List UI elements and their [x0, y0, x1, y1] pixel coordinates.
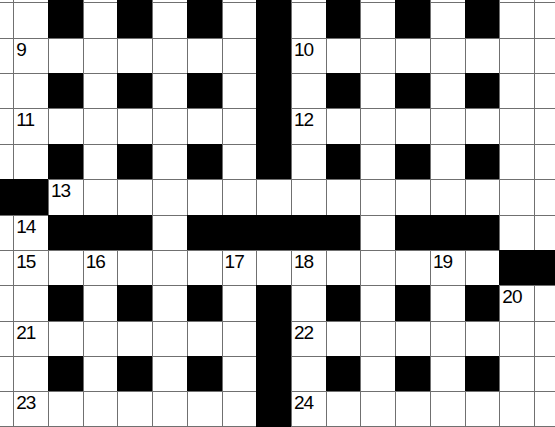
cell-r10c2[interactable] [48, 321, 83, 356]
cell-r12c7[interactable] [222, 391, 257, 426]
cell-r8c0[interactable] [0, 250, 13, 285]
cell-r11c5[interactable] [152, 356, 187, 391]
block-cell-r11c6 [187, 356, 222, 391]
cell-r12c11[interactable] [360, 391, 395, 426]
block-cell-r5c14 [465, 144, 500, 179]
block-cell-r3c2 [48, 73, 83, 108]
cell-r10c10[interactable] [326, 321, 361, 356]
cell-r8c1[interactable]: 15 [13, 250, 48, 285]
cell-r2c14[interactable] [465, 38, 500, 73]
clue-number-19: 19 [433, 252, 452, 271]
clue-number-10: 10 [294, 40, 313, 59]
crossword-page: 9101112131415161718192021222324 [0, 0, 555, 427]
cell-r11c13[interactable] [430, 356, 465, 391]
clue-number-16: 16 [86, 252, 105, 271]
cell-r9c3[interactable] [83, 285, 118, 320]
cell-r6c12[interactable] [395, 179, 430, 214]
clue-number-12: 12 [294, 110, 313, 129]
cell-r10c7[interactable] [222, 321, 257, 356]
block-cell-r3c10 [326, 73, 361, 108]
cell-r7c11[interactable] [360, 215, 395, 250]
cell-r2c13[interactable] [430, 38, 465, 73]
cell-r10c6[interactable] [187, 321, 222, 356]
cell-r12c9[interactable]: 24 [291, 391, 326, 426]
cell-r4c13[interactable] [430, 108, 465, 143]
cell-r2c12[interactable] [395, 38, 430, 73]
block-cell-r7c14 [465, 215, 500, 250]
cell-r2c16[interactable] [534, 38, 555, 73]
cell-r2c3[interactable] [83, 38, 118, 73]
cell-r11c7[interactable] [222, 356, 257, 391]
block-cell-r1c6 [187, 2, 222, 37]
cell-r5c16[interactable] [534, 144, 555, 179]
cell-r2c7[interactable] [222, 38, 257, 73]
cell-r8c4[interactable] [117, 250, 152, 285]
cell-r4c16[interactable] [534, 108, 555, 143]
cell-r2c4[interactable] [117, 38, 152, 73]
block-cell-r1c12 [395, 2, 430, 37]
cell-r10c4[interactable] [117, 321, 152, 356]
cell-r6c7[interactable] [222, 179, 257, 214]
cell-r6c10[interactable] [326, 179, 361, 214]
block-cell-r11c10 [326, 356, 361, 391]
cell-r4c12[interactable] [395, 108, 430, 143]
block-cell-r7c13 [430, 215, 465, 250]
cell-r8c5[interactable] [152, 250, 187, 285]
block-cell-r3c8 [256, 73, 291, 108]
block-cell-r5c4 [117, 144, 152, 179]
cell-r10c5[interactable] [152, 321, 187, 356]
block-cell-r3c14 [465, 73, 500, 108]
cell-r10c0[interactable] [0, 321, 13, 356]
block-cell-r9c8 [256, 285, 291, 320]
block-cell-r1c14 [465, 2, 500, 37]
cell-r2c6[interactable] [187, 38, 222, 73]
block-cell-r7c4 [117, 215, 152, 250]
block-cell-r10c8 [256, 321, 291, 356]
cell-r4c4[interactable] [117, 108, 152, 143]
cell-r9c11[interactable] [360, 285, 395, 320]
cell-r6c4[interactable] [117, 179, 152, 214]
cell-r6c15[interactable] [499, 179, 534, 214]
cell-r3c1[interactable] [13, 73, 48, 108]
cell-r3c11[interactable] [360, 73, 395, 108]
block-cell-r9c14 [465, 285, 500, 320]
cell-r8c6[interactable] [187, 250, 222, 285]
block-cell-r4c8 [256, 108, 291, 143]
cell-r11c11[interactable] [360, 356, 395, 391]
block-cell-r7c10 [326, 215, 361, 250]
cell-r1c1[interactable] [13, 2, 48, 37]
cell-r6c6[interactable] [187, 179, 222, 214]
cell-r4c2[interactable] [48, 108, 83, 143]
cell-r1c7[interactable] [222, 2, 257, 37]
cell-r1c5[interactable] [152, 2, 187, 37]
cell-r1c3[interactable] [83, 2, 118, 37]
cell-r7c5[interactable] [152, 215, 187, 250]
cell-r1c0[interactable] [0, 2, 13, 37]
cell-r5c1[interactable] [13, 144, 48, 179]
block-cell-r11c2 [48, 356, 83, 391]
cell-r10c3[interactable] [83, 321, 118, 356]
cell-r10c14[interactable] [465, 321, 500, 356]
clue-number-20: 20 [502, 287, 521, 306]
block-cell-r5c10 [326, 144, 361, 179]
cell-r4c11[interactable] [360, 108, 395, 143]
cell-r6c11[interactable] [360, 179, 395, 214]
cell-r4c7[interactable] [222, 108, 257, 143]
cell-r10c1[interactable]: 21 [13, 321, 48, 356]
block-cell-r1c2 [48, 2, 83, 37]
block-cell-r7c3 [83, 215, 118, 250]
cell-r12c14[interactable] [465, 391, 500, 426]
cell-r5c7[interactable] [222, 144, 257, 179]
cell-r5c5[interactable] [152, 144, 187, 179]
cell-r10c9[interactable]: 22 [291, 321, 326, 356]
cell-r9c15[interactable]: 20 [499, 285, 534, 320]
block-cell-r5c8 [256, 144, 291, 179]
block-cell-r1c8 [256, 2, 291, 37]
clue-number-18: 18 [294, 252, 313, 271]
block-cell-r11c12 [395, 356, 430, 391]
cell-r5c3[interactable] [83, 144, 118, 179]
cell-r12c12[interactable] [395, 391, 430, 426]
cell-r4c14[interactable] [465, 108, 500, 143]
block-cell-r7c9 [291, 215, 326, 250]
clue-number-9: 9 [16, 40, 26, 59]
block-cell-r11c8 [256, 356, 291, 391]
block-cell-r6c0 [0, 179, 13, 214]
cell-r1c9[interactable] [291, 2, 326, 37]
cell-r11c3[interactable] [83, 356, 118, 391]
block-cell-r3c12 [395, 73, 430, 108]
cell-r4c10[interactable] [326, 108, 361, 143]
cell-r6c3[interactable] [83, 179, 118, 214]
block-cell-r2c8 [256, 38, 291, 73]
clue-number-11: 11 [16, 110, 34, 129]
cell-r3c5[interactable] [152, 73, 187, 108]
cell-r12c2[interactable] [48, 391, 83, 426]
block-cell-r8c15 [499, 250, 534, 285]
cell-r10c16[interactable] [534, 321, 555, 356]
cell-r8c9[interactable]: 18 [291, 250, 326, 285]
cell-r1c16[interactable] [534, 2, 555, 37]
block-cell-r7c6 [187, 215, 222, 250]
cell-r5c15[interactable] [499, 144, 534, 179]
block-cell-r7c8 [256, 215, 291, 250]
cell-r11c1[interactable] [13, 356, 48, 391]
block-cell-r9c2 [48, 285, 83, 320]
cell-r3c7[interactable] [222, 73, 257, 108]
cell-r1c13[interactable] [430, 2, 465, 37]
cell-r2c0[interactable] [0, 38, 13, 73]
clue-number-17: 17 [225, 252, 244, 271]
cell-r7c0[interactable] [0, 215, 13, 250]
cell-r11c16[interactable] [534, 356, 555, 391]
block-cell-r3c4 [117, 73, 152, 108]
block-cell-r8c16 [534, 250, 555, 285]
crossword-grid: 9101112131415161718192021222324 [0, 0, 555, 427]
cell-r3c15[interactable] [499, 73, 534, 108]
cell-r4c5[interactable] [152, 108, 187, 143]
cell-r9c5[interactable] [152, 285, 187, 320]
cell-r2c1[interactable]: 9 [13, 38, 48, 73]
cell-r6c2[interactable]: 13 [48, 179, 83, 214]
cell-r2c11[interactable] [360, 38, 395, 73]
cell-r6c13[interactable] [430, 179, 465, 214]
cell-r6c14[interactable] [465, 179, 500, 214]
cell-r3c16[interactable] [534, 73, 555, 108]
block-cell-r11c14 [465, 356, 500, 391]
cell-r5c11[interactable] [360, 144, 395, 179]
cell-r12c1[interactable]: 23 [13, 391, 48, 426]
cell-r12c6[interactable] [187, 391, 222, 426]
cell-r12c16[interactable] [534, 391, 555, 426]
block-cell-r6c1 [13, 179, 48, 214]
cell-r9c7[interactable] [222, 285, 257, 320]
cell-r8c2[interactable] [48, 250, 83, 285]
cell-r9c13[interactable] [430, 285, 465, 320]
cell-r2c15[interactable] [499, 38, 534, 73]
cell-r3c9[interactable] [291, 73, 326, 108]
cell-r12c4[interactable] [117, 391, 152, 426]
cell-r2c10[interactable] [326, 38, 361, 73]
cell-r4c6[interactable] [187, 108, 222, 143]
cell-r5c9[interactable] [291, 144, 326, 179]
block-cell-r5c12 [395, 144, 430, 179]
cell-r11c15[interactable] [499, 356, 534, 391]
cell-r9c9[interactable] [291, 285, 326, 320]
cell-r10c15[interactable] [499, 321, 534, 356]
cell-r12c0[interactable] [0, 391, 13, 426]
block-cell-r9c10 [326, 285, 361, 320]
block-cell-r1c4 [117, 2, 152, 37]
cell-r4c0[interactable] [0, 108, 13, 143]
cell-r10c12[interactable] [395, 321, 430, 356]
cell-r8c11[interactable] [360, 250, 395, 285]
cell-r12c10[interactable] [326, 391, 361, 426]
cell-r2c9[interactable]: 10 [291, 38, 326, 73]
cell-r1c15[interactable] [499, 2, 534, 37]
cell-r8c8[interactable] [256, 250, 291, 285]
cell-r3c3[interactable] [83, 73, 118, 108]
cell-r8c7[interactable]: 17 [222, 250, 257, 285]
cell-r7c16[interactable] [534, 215, 555, 250]
cell-r8c12[interactable] [395, 250, 430, 285]
cell-r8c14[interactable] [465, 250, 500, 285]
cell-r8c3[interactable]: 16 [83, 250, 118, 285]
block-cell-r7c2 [48, 215, 83, 250]
cell-r6c9[interactable] [291, 179, 326, 214]
cell-r10c11[interactable] [360, 321, 395, 356]
block-cell-r1c10 [326, 2, 361, 37]
cell-r12c5[interactable] [152, 391, 187, 426]
cell-r6c5[interactable] [152, 179, 187, 214]
cell-r8c10[interactable] [326, 250, 361, 285]
cell-r2c2[interactable] [48, 38, 83, 73]
clue-number-13: 13 [51, 181, 70, 200]
cell-r7c15[interactable] [499, 215, 534, 250]
clue-number-23: 23 [16, 393, 35, 412]
clue-number-24: 24 [294, 393, 313, 412]
block-cell-r3c6 [187, 73, 222, 108]
cell-r3c13[interactable] [430, 73, 465, 108]
clue-number-22: 22 [294, 323, 313, 342]
clue-number-14: 14 [16, 217, 35, 236]
block-cell-r7c12 [395, 215, 430, 250]
cell-r5c13[interactable] [430, 144, 465, 179]
cell-r11c0[interactable] [0, 356, 13, 391]
block-cell-r9c6 [187, 285, 222, 320]
block-cell-r12c8 [256, 391, 291, 426]
cell-r2c5[interactable] [152, 38, 187, 73]
cell-r4c15[interactable] [499, 108, 534, 143]
cell-r3c0[interactable] [0, 73, 13, 108]
cell-r6c8[interactable] [256, 179, 291, 214]
cell-r12c3[interactable] [83, 391, 118, 426]
block-cell-r7c7 [222, 215, 257, 250]
cell-r7c1[interactable]: 14 [13, 215, 48, 250]
block-cell-r11c4 [117, 356, 152, 391]
block-cell-r5c6 [187, 144, 222, 179]
cell-r11c9[interactable] [291, 356, 326, 391]
cell-r8c13[interactable]: 19 [430, 250, 465, 285]
cell-r9c0[interactable] [0, 285, 13, 320]
cell-r1c11[interactable] [360, 2, 395, 37]
cell-r10c13[interactable] [430, 321, 465, 356]
cell-r6c16[interactable] [534, 179, 555, 214]
cell-r9c1[interactable] [13, 285, 48, 320]
block-cell-r9c4 [117, 285, 152, 320]
block-cell-r5c2 [48, 144, 83, 179]
cell-r5c0[interactable] [0, 144, 13, 179]
cell-r9c16[interactable] [534, 285, 555, 320]
block-cell-r9c12 [395, 285, 430, 320]
cell-r4c9[interactable]: 12 [291, 108, 326, 143]
clue-number-15: 15 [16, 252, 35, 271]
clue-number-21: 21 [16, 323, 35, 342]
cell-r12c13[interactable] [430, 391, 465, 426]
cell-r4c3[interactable] [83, 108, 118, 143]
cell-r12c15[interactable] [499, 391, 534, 426]
cell-r4c1[interactable]: 11 [13, 108, 48, 143]
